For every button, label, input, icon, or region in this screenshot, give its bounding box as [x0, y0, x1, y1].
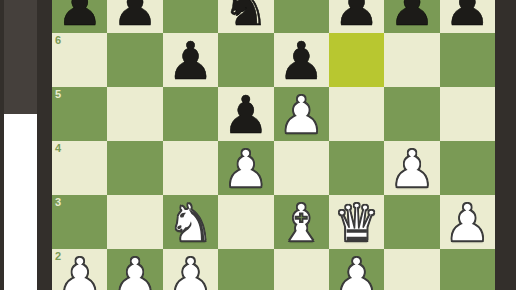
square-e4[interactable] — [274, 141, 329, 195]
square-f4[interactable] — [329, 141, 384, 195]
square-e6[interactable]: ♟ — [274, 33, 329, 87]
square-d7[interactable]: ♞ — [218, 0, 273, 33]
piece-black-pawn[interactable]: ♟ — [440, 0, 495, 34]
square-b7[interactable]: ♟ — [107, 0, 162, 33]
evaluation-bar — [4, 0, 37, 290]
square-g4[interactable]: ♟ — [384, 141, 439, 195]
square-g5[interactable] — [384, 87, 439, 141]
piece-white-pawn[interactable]: ♟ — [440, 196, 495, 250]
chess-board: ♟♟♞♟♟♟6♟♟5♟♟4♟♟3♞♝♛♟2♟♟♟♟ — [52, 0, 495, 290]
square-g3[interactable] — [384, 195, 439, 249]
square-b5[interactable] — [107, 87, 162, 141]
app-background: ♟♟♞♟♟♟6♟♟5♟♟4♟♟3♞♝♛♟2♟♟♟♟ — [0, 0, 516, 290]
square-g7[interactable]: ♟ — [384, 0, 439, 33]
rank-label-3: 3 — [55, 196, 61, 208]
piece-white-pawn[interactable]: ♟ — [107, 250, 162, 290]
square-h2[interactable] — [440, 249, 495, 290]
rank-label-4: 4 — [55, 142, 61, 154]
piece-white-queen[interactable]: ♛ — [329, 196, 384, 250]
square-b4[interactable] — [107, 141, 162, 195]
square-e5[interactable]: ♟ — [274, 87, 329, 141]
piece-black-pawn[interactable]: ♟ — [384, 0, 439, 34]
square-d4[interactable]: ♟ — [218, 141, 273, 195]
square-f2[interactable]: ♟ — [329, 249, 384, 290]
square-a2[interactable]: 2♟ — [52, 249, 107, 290]
square-a7[interactable]: ♟ — [52, 0, 107, 33]
piece-white-pawn[interactable]: ♟ — [329, 250, 384, 290]
piece-black-pawn[interactable]: ♟ — [329, 0, 384, 34]
square-a4[interactable]: 4 — [52, 141, 107, 195]
piece-black-pawn[interactable]: ♟ — [107, 0, 162, 34]
square-f7[interactable]: ♟ — [329, 0, 384, 33]
piece-white-pawn[interactable]: ♟ — [163, 250, 218, 290]
square-f3[interactable]: ♛ — [329, 195, 384, 249]
piece-white-knight[interactable]: ♞ — [163, 196, 218, 250]
piece-white-pawn[interactable]: ♟ — [218, 142, 273, 196]
piece-black-pawn[interactable]: ♟ — [52, 0, 107, 34]
square-f6[interactable] — [329, 33, 384, 87]
piece-white-bishop[interactable]: ♝ — [274, 196, 329, 250]
piece-black-pawn[interactable]: ♟ — [218, 88, 273, 142]
square-f5[interactable] — [329, 87, 384, 141]
square-g6[interactable] — [384, 33, 439, 87]
square-a3[interactable]: 3 — [52, 195, 107, 249]
square-h3[interactable]: ♟ — [440, 195, 495, 249]
square-c7[interactable] — [163, 0, 218, 33]
square-d3[interactable] — [218, 195, 273, 249]
square-e7[interactable] — [274, 0, 329, 33]
square-d5[interactable]: ♟ — [218, 87, 273, 141]
rank-label-5: 5 — [55, 88, 61, 100]
rank-label-6: 6 — [55, 34, 61, 46]
square-e3[interactable]: ♝ — [274, 195, 329, 249]
square-h6[interactable] — [440, 33, 495, 87]
eval-bar-black-portion — [4, 0, 37, 114]
square-g2[interactable] — [384, 249, 439, 290]
piece-white-pawn[interactable]: ♟ — [274, 88, 329, 142]
square-a6[interactable]: 6 — [52, 33, 107, 87]
square-h4[interactable] — [440, 141, 495, 195]
square-d6[interactable] — [218, 33, 273, 87]
piece-black-pawn[interactable]: ♟ — [274, 34, 329, 88]
chess-board-grid: ♟♟♞♟♟♟6♟♟5♟♟4♟♟3♞♝♛♟2♟♟♟♟ — [52, 0, 495, 290]
square-b2[interactable]: ♟ — [107, 249, 162, 290]
square-a5[interactable]: 5 — [52, 87, 107, 141]
eval-bar-white-portion — [4, 114, 37, 290]
square-h5[interactable] — [440, 87, 495, 141]
square-b6[interactable] — [107, 33, 162, 87]
piece-white-pawn[interactable]: ♟ — [52, 250, 107, 290]
square-b3[interactable] — [107, 195, 162, 249]
piece-black-knight[interactable]: ♞ — [218, 0, 273, 34]
square-c4[interactable] — [163, 141, 218, 195]
square-h7[interactable]: ♟ — [440, 0, 495, 33]
piece-white-pawn[interactable]: ♟ — [384, 142, 439, 196]
square-c5[interactable] — [163, 87, 218, 141]
square-e2[interactable] — [274, 249, 329, 290]
square-d2[interactable] — [218, 249, 273, 290]
square-c3[interactable]: ♞ — [163, 195, 218, 249]
piece-black-pawn[interactable]: ♟ — [163, 34, 218, 88]
square-c2[interactable]: ♟ — [163, 249, 218, 290]
square-c6[interactable]: ♟ — [163, 33, 218, 87]
